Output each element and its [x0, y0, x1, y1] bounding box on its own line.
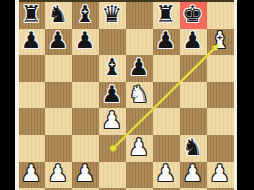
square-a1[interactable]	[19, 188, 46, 190]
square-h3[interactable]	[207, 135, 234, 162]
square-b4[interactable]	[45, 108, 72, 135]
square-g2[interactable]: ♟	[180, 162, 207, 189]
square-d4[interactable]: ♟	[99, 108, 126, 135]
square-c4[interactable]	[72, 108, 99, 135]
square-b1[interactable]	[45, 188, 72, 190]
square-g4[interactable]	[180, 108, 207, 135]
piece-white-pawn-h2[interactable]: ♟	[209, 162, 230, 185]
square-a4[interactable]	[19, 108, 46, 135]
square-c8[interactable]: ♝	[72, 2, 99, 29]
piece-white-pawn-g2[interactable]: ♟	[182, 162, 203, 185]
chess-board[interactable]: ♜♞♝♛♜♚♟♟♟♟♟♝♝♟♟♞♟♟♞♟♟♟♟♟♟	[19, 2, 235, 190]
square-e1[interactable]	[126, 188, 153, 190]
square-b8[interactable]: ♞	[45, 2, 72, 29]
square-f1[interactable]	[153, 188, 180, 190]
square-d1[interactable]	[99, 188, 126, 190]
square-c1[interactable]	[72, 188, 99, 190]
piece-black-bishop-c8[interactable]: ♝	[75, 3, 96, 26]
piece-black-knight-g3[interactable]: ♞	[182, 136, 203, 159]
piece-white-pawn-c2[interactable]: ♟	[75, 162, 96, 185]
piece-black-pawn-g7[interactable]: ♟	[182, 29, 203, 52]
square-c3[interactable]	[72, 135, 99, 162]
piece-white-bishop-h7[interactable]: ♝	[209, 29, 230, 52]
square-h2[interactable]: ♟	[207, 162, 234, 189]
square-h5[interactable]	[207, 82, 234, 109]
piece-black-pawn-a7[interactable]: ♟	[21, 29, 42, 52]
piece-black-knight-b8[interactable]: ♞	[48, 3, 69, 26]
square-e8[interactable]	[126, 2, 153, 29]
piece-black-king-g8[interactable]: ♚	[182, 3, 203, 26]
square-d8[interactable]: ♛	[99, 2, 126, 29]
square-e2[interactable]	[126, 162, 153, 189]
square-h4[interactable]	[207, 108, 234, 135]
piece-black-pawn-b7[interactable]: ♟	[48, 29, 69, 52]
square-c2[interactable]: ♟	[72, 162, 99, 189]
square-e5[interactable]: ♞	[126, 82, 153, 109]
piece-white-knight-e5[interactable]: ♞	[128, 83, 149, 106]
square-a6[interactable]	[19, 55, 46, 82]
piece-black-pawn-e6[interactable]: ♟	[128, 56, 149, 79]
square-f6[interactable]	[153, 55, 180, 82]
square-a2[interactable]: ♟	[19, 162, 46, 189]
square-e7[interactable]	[126, 29, 153, 56]
video-frame: ♜♞♝♛♜♚♟♟♟♟♟♝♝♟♟♞♟♟♞♟♟♟♟♟♟	[0, 0, 254, 190]
piece-white-pawn-d4[interactable]: ♟	[101, 109, 122, 132]
square-a8[interactable]: ♜	[19, 2, 46, 29]
square-d7[interactable]	[99, 29, 126, 56]
square-b7[interactable]: ♟	[45, 29, 72, 56]
square-e6[interactable]: ♟	[126, 55, 153, 82]
square-a3[interactable]	[19, 135, 46, 162]
square-f2[interactable]: ♟	[153, 162, 180, 189]
square-f8[interactable]: ♜	[153, 2, 180, 29]
piece-black-pawn-f7[interactable]: ♟	[155, 29, 176, 52]
square-c5[interactable]	[72, 82, 99, 109]
square-c6[interactable]	[72, 55, 99, 82]
square-g3[interactable]: ♞	[180, 135, 207, 162]
square-d6[interactable]: ♝	[99, 55, 126, 82]
square-d5[interactable]: ♟	[99, 82, 126, 109]
square-h8[interactable]	[207, 2, 234, 29]
square-g6[interactable]	[180, 55, 207, 82]
square-f7[interactable]: ♟	[153, 29, 180, 56]
square-d2[interactable]	[99, 162, 126, 189]
letterbox-right	[236, 0, 254, 190]
square-b3[interactable]	[45, 135, 72, 162]
square-e3[interactable]: ♟	[126, 135, 153, 162]
square-h7[interactable]: ♝	[207, 29, 234, 56]
square-b2[interactable]: ♟	[45, 162, 72, 189]
square-b5[interactable]	[45, 82, 72, 109]
square-g8[interactable]: ♚	[180, 2, 207, 29]
square-f3[interactable]	[153, 135, 180, 162]
letterbox-left	[0, 0, 15, 190]
square-g1[interactable]	[180, 188, 207, 190]
board-edge-left	[15, 0, 19, 190]
piece-white-pawn-b2[interactable]: ♟	[48, 162, 69, 185]
piece-black-bishop-d6[interactable]: ♝	[101, 56, 122, 79]
square-f4[interactable]	[153, 108, 180, 135]
piece-black-rook-f8[interactable]: ♜	[155, 3, 176, 26]
board-edge-right	[234, 0, 237, 190]
piece-black-pawn-c7[interactable]: ♟	[75, 29, 96, 52]
piece-white-pawn-e3[interactable]: ♟	[128, 136, 149, 159]
piece-black-queen-d8[interactable]: ♛	[101, 3, 122, 26]
square-b6[interactable]	[45, 55, 72, 82]
square-f5[interactable]	[153, 82, 180, 109]
square-g5[interactable]	[180, 82, 207, 109]
square-a7[interactable]: ♟	[19, 29, 46, 56]
square-d3[interactable]	[99, 135, 126, 162]
square-a5[interactable]	[19, 82, 46, 109]
piece-white-pawn-f2[interactable]: ♟	[155, 162, 176, 185]
square-g7[interactable]: ♟	[180, 29, 207, 56]
square-h1[interactable]	[207, 188, 234, 190]
square-c7[interactable]: ♟	[72, 29, 99, 56]
piece-black-rook-a8[interactable]: ♜	[21, 3, 42, 26]
piece-white-pawn-a2[interactable]: ♟	[21, 162, 42, 185]
square-e4[interactable]	[126, 108, 153, 135]
piece-black-pawn-d5[interactable]: ♟	[101, 83, 122, 106]
square-h6[interactable]	[207, 55, 234, 82]
